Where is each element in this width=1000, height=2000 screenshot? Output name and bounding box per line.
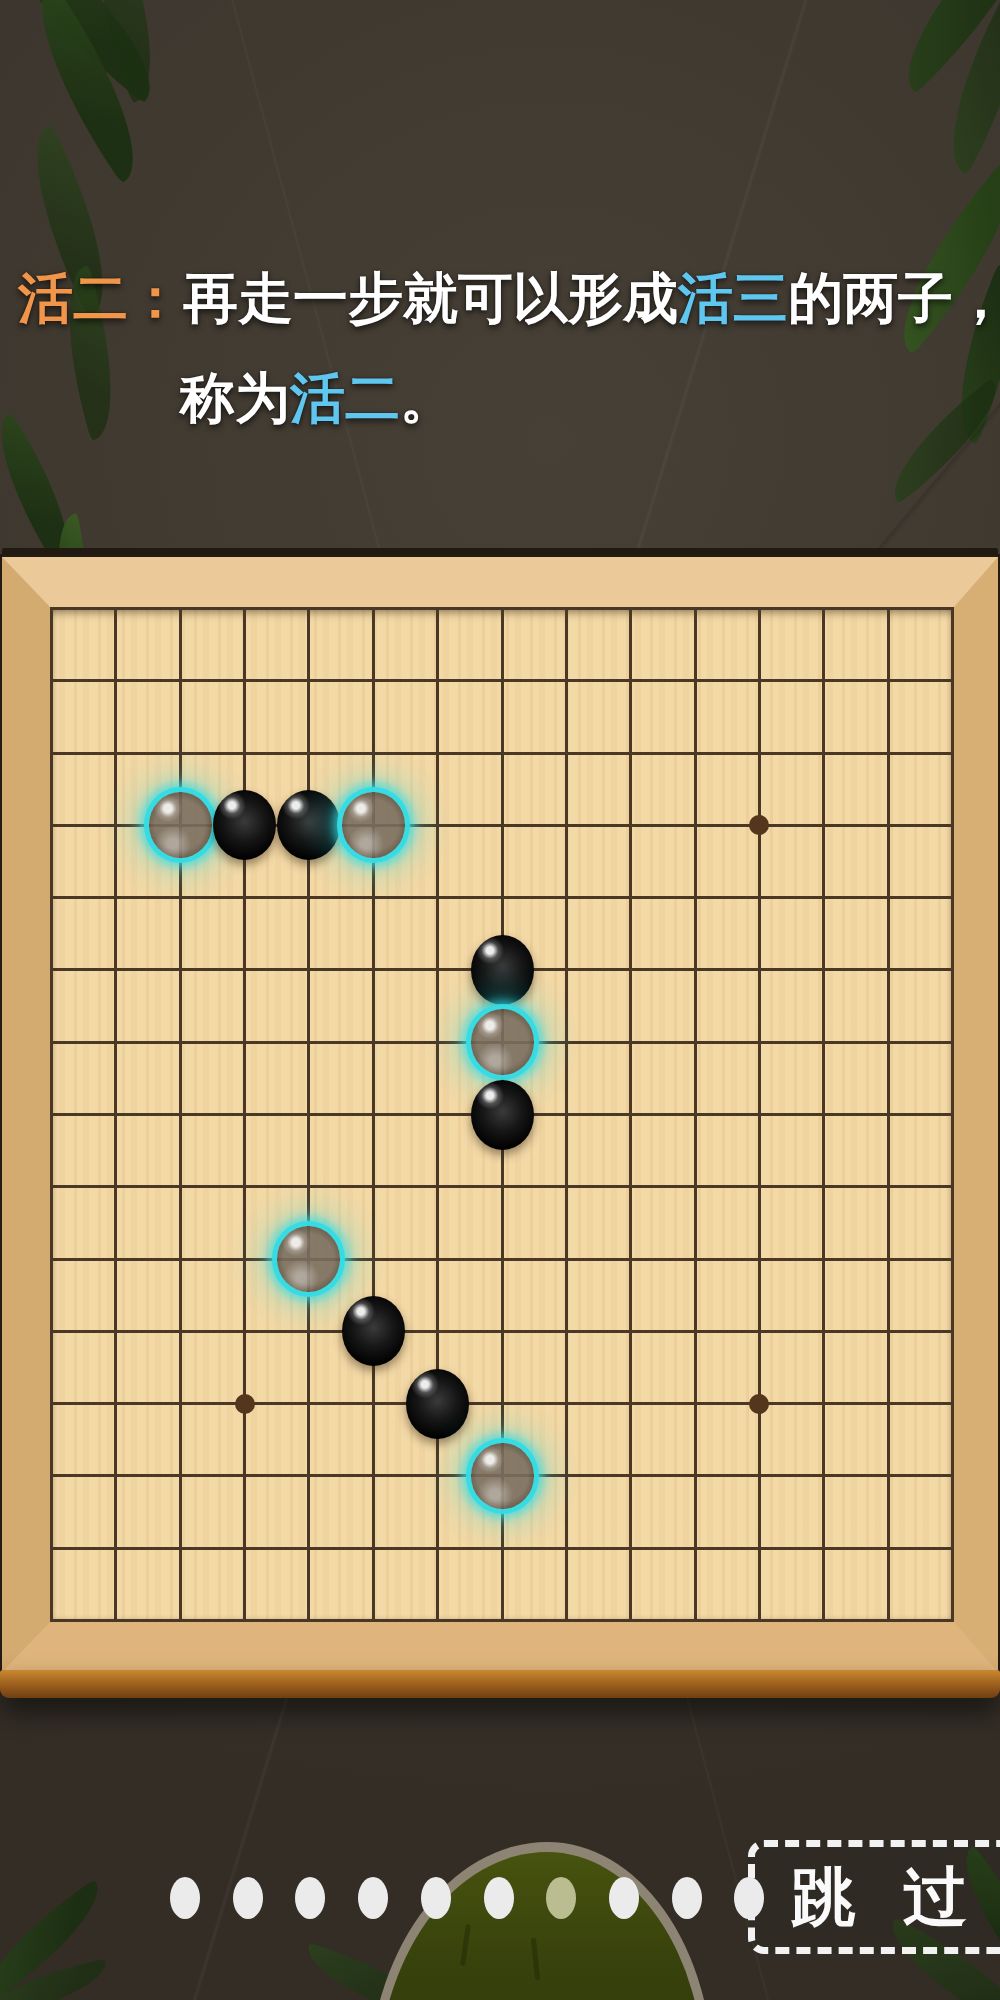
grid-line-horizontal <box>50 1402 954 1405</box>
black-stone <box>213 790 276 860</box>
lesson-text: 活二：再走一步就可以形成活三的两子， 称为活二。 <box>18 248 1000 448</box>
grid-line-horizontal <box>50 1619 954 1622</box>
grid-line-vertical <box>822 607 825 1622</box>
hint-stone[interactable] <box>277 1226 340 1292</box>
lesson-line2: 称为活二。 <box>180 348 1000 448</box>
black-stone <box>406 1369 469 1439</box>
lesson-line2-highlight: 活二 <box>290 367 400 429</box>
gomoku-board <box>50 607 954 1622</box>
pagination-dot <box>421 1877 451 1919</box>
pagination-dot-active <box>546 1877 576 1919</box>
pagination-dot <box>295 1877 325 1919</box>
hint-stone[interactable] <box>471 1443 534 1509</box>
grid-line-vertical <box>951 607 954 1622</box>
star-point <box>749 1394 769 1414</box>
grid-line-vertical <box>565 607 568 1622</box>
pagination-dots <box>170 1877 830 1919</box>
black-stone <box>342 1296 405 1366</box>
hint-stone[interactable] <box>471 1009 534 1075</box>
grid-line-horizontal <box>50 1258 954 1261</box>
tutorial-screen: 活二：再走一步就可以形成活三的两子， 称为活二。 跳过 <box>0 0 1000 2000</box>
lesson-line1-segment: 的两子， <box>788 267 1000 329</box>
pagination-dot <box>609 1877 639 1919</box>
hill-decoration <box>368 1842 713 2000</box>
grid-line-vertical <box>887 607 890 1622</box>
star-point <box>235 1394 255 1414</box>
lesson-line1-segment: 再走一步就可以形成 <box>183 267 678 329</box>
pagination-dot <box>170 1877 200 1919</box>
grid-line-horizontal <box>50 1185 954 1188</box>
star-point <box>749 815 769 835</box>
board-front-edge <box>0 1670 1000 1698</box>
hint-stone[interactable] <box>149 792 212 858</box>
pagination-dot <box>672 1877 702 1919</box>
grid-line-horizontal <box>50 1330 954 1333</box>
black-stone <box>277 790 340 860</box>
lesson-line2-segment: 。 <box>400 367 455 429</box>
black-stone <box>471 935 534 1005</box>
grid-line-vertical <box>694 607 697 1622</box>
pagination-dot <box>233 1877 263 1919</box>
grid-line-vertical <box>629 607 632 1622</box>
grid-line-vertical <box>758 607 761 1622</box>
hill-fill <box>377 1852 704 2000</box>
lesson-term-label: 活二： <box>18 267 183 329</box>
black-stone <box>471 1080 534 1150</box>
lesson-line2-segment: 称为 <box>180 367 290 429</box>
pagination-dot <box>484 1877 514 1919</box>
pagination-dot <box>734 1877 764 1919</box>
grid-line-horizontal <box>50 1547 954 1550</box>
lesson-line1-highlight: 活三 <box>678 267 788 329</box>
pagination-dot <box>358 1877 388 1919</box>
hint-stone[interactable] <box>342 792 405 858</box>
